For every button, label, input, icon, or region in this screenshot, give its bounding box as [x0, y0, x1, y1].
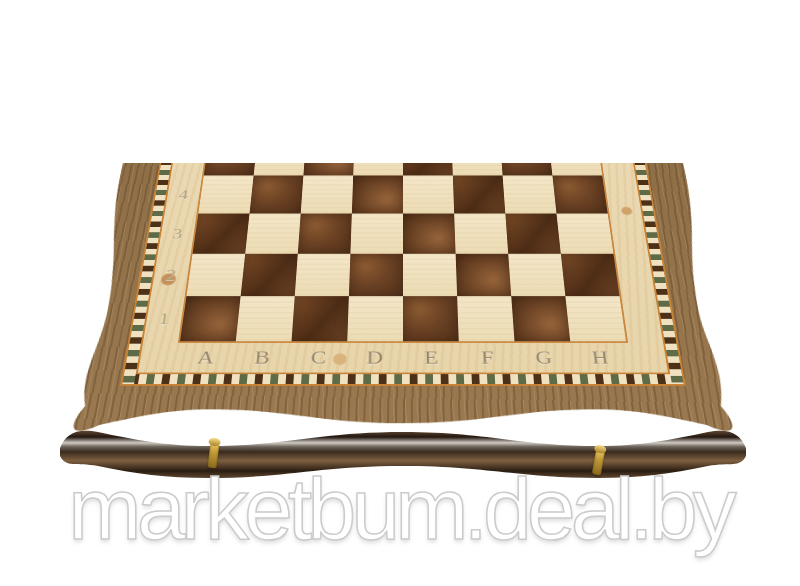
square-f5 [452, 163, 503, 175]
file-label-h: H [591, 347, 610, 369]
square-f2 [456, 254, 512, 297]
rank-label-4: 4 [178, 186, 190, 203]
watermark-text: marketbum.deal.by [68, 458, 731, 560]
square-d2 [349, 254, 403, 297]
square-h2 [561, 254, 620, 297]
square-b3 [245, 214, 300, 254]
board-top-surface: ABCDEFGH 87654321 [58, 163, 748, 432]
file-label-d: D [366, 347, 383, 369]
square-c5 [303, 163, 354, 175]
file-label-f: F [481, 347, 495, 369]
rank-label-2: 2 [165, 265, 178, 284]
square-e4 [403, 175, 454, 213]
square-a1 [180, 296, 241, 341]
square-a4 [198, 175, 253, 213]
square-d3 [350, 214, 403, 254]
rank-label-1: 1 [158, 309, 171, 329]
product-photo: ABCDEFGH 87654321 marketbum.deal.by [0, 0, 800, 586]
square-g3 [505, 214, 560, 254]
square-d4 [352, 175, 403, 213]
square-b1 [236, 296, 295, 341]
square-g5 [500, 163, 552, 175]
square-h4 [552, 175, 607, 213]
square-h1 [565, 296, 626, 341]
square-a3 [193, 214, 250, 254]
square-f1 [457, 296, 514, 341]
oak-frame: ABCDEFGH 87654321 [58, 163, 748, 432]
file-label-c: C [310, 347, 326, 369]
rank-label-5: 5 [184, 163, 196, 165]
square-g2 [508, 254, 565, 297]
square-a2 [186, 254, 245, 297]
square-d5 [353, 163, 403, 175]
board-perspective-wrapper: ABCDEFGH 87654321 [58, 163, 748, 432]
square-f4 [453, 175, 506, 213]
square-g1 [511, 296, 570, 341]
file-label-g: G [535, 347, 554, 369]
mosaic-inlay-bottom [122, 374, 683, 384]
file-label-e: E [424, 347, 438, 369]
square-a5 [204, 163, 258, 175]
square-c2 [295, 254, 351, 297]
square-b4 [250, 175, 304, 213]
square-b5 [254, 163, 306, 175]
square-h3 [556, 214, 613, 254]
playing-field [180, 163, 626, 341]
square-e2 [403, 254, 457, 297]
square-d1 [347, 296, 403, 341]
rank-label-3: 3 [171, 225, 183, 243]
square-b2 [241, 254, 298, 297]
file-labels: ABCDEFGH [176, 343, 631, 373]
square-c3 [298, 214, 352, 254]
square-h5 [549, 163, 603, 175]
square-c1 [292, 296, 349, 341]
chess-board: ABCDEFGH 87654321 [0, 163, 800, 432]
square-e1 [403, 296, 459, 341]
file-label-a: A [196, 347, 215, 369]
square-c4 [301, 175, 354, 213]
square-f3 [454, 214, 508, 254]
square-e5 [403, 163, 453, 175]
square-g4 [503, 175, 557, 213]
file-label-b: B [253, 347, 270, 369]
square-e3 [403, 214, 456, 254]
